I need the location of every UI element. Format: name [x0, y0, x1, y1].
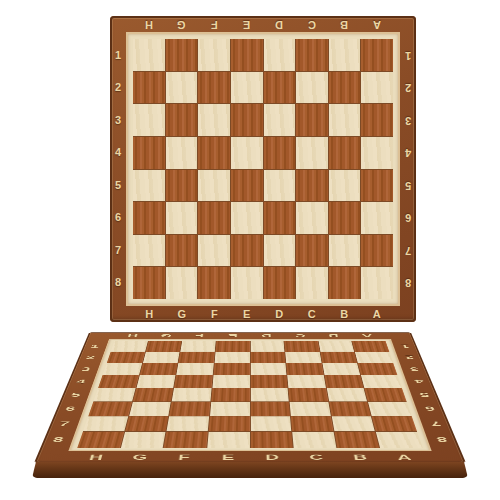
square-h8 [133, 267, 165, 299]
square-h5 [133, 170, 165, 202]
square-d3 [264, 104, 296, 136]
square-g8 [121, 432, 166, 448]
square-e4 [212, 375, 249, 388]
coord-label-2: 2 [405, 82, 411, 93]
coord-label-g: G [160, 333, 172, 337]
square-f4 [174, 375, 212, 388]
square-c8 [292, 432, 336, 448]
coord-label-3: 3 [115, 115, 121, 126]
square-h6 [88, 402, 131, 416]
square-c3 [286, 363, 323, 375]
square-c6 [296, 202, 328, 234]
coord-label-e: E [243, 19, 250, 30]
square-e5 [231, 170, 263, 202]
square-h4 [133, 137, 165, 169]
coord-label-4: 4 [414, 379, 425, 384]
coord-label-d: D [275, 309, 283, 320]
coord-label-b: B [340, 309, 348, 320]
coord-label-6: 6 [115, 212, 121, 223]
coord-label-d: D [275, 19, 283, 30]
square-e3 [213, 363, 249, 375]
coord-label-b: B [328, 333, 339, 337]
square-g5 [166, 170, 198, 202]
coord-label-a: A [373, 19, 381, 30]
coord-label-h: H [88, 453, 104, 461]
square-h5 [93, 388, 135, 401]
square-h3 [103, 363, 142, 375]
square-c8 [296, 267, 328, 299]
square-a2 [361, 72, 393, 104]
coord-label-f: F [211, 19, 218, 30]
coord-label-g: G [177, 19, 186, 30]
square-h2 [133, 72, 165, 104]
coord-label-6: 6 [424, 406, 436, 412]
coord-label-c: C [295, 333, 306, 337]
square-f7 [198, 235, 230, 267]
square-f1 [181, 341, 216, 352]
coord-label-g: G [132, 453, 148, 461]
square-f8 [164, 432, 208, 448]
coord-label-5: 5 [70, 392, 81, 398]
coord-label-g: G [177, 309, 186, 320]
coord-label-5: 5 [418, 392, 429, 398]
square-h4 [98, 375, 139, 388]
square-c2 [285, 352, 321, 363]
chessboard-perspective-surface: HGFEDCBA HGFEDCBA 12345678 12345678 [34, 332, 466, 463]
square-d1 [250, 341, 284, 352]
square-a1 [361, 39, 393, 71]
square-b4 [329, 137, 361, 169]
coord-label-b: B [352, 453, 367, 461]
square-d3 [250, 363, 286, 375]
chessboard-top-view: HGFEDCBA HGFEDCBA 12345678 12345678 [110, 16, 416, 322]
coord-label-6: 6 [405, 212, 411, 223]
coord-label-1: 1 [405, 50, 411, 61]
coord-label-f: F [211, 309, 218, 320]
square-c4 [287, 375, 325, 388]
square-h1 [133, 39, 165, 71]
square-h1 [111, 341, 148, 352]
square-b1 [318, 341, 354, 352]
square-b6 [329, 402, 371, 416]
square-h6 [133, 202, 165, 234]
coord-label-e: E [228, 333, 238, 337]
square-e7 [231, 235, 263, 267]
square-a6 [361, 202, 393, 234]
coord-label-f: F [195, 333, 204, 337]
square-d7 [250, 416, 291, 431]
square-g1 [146, 341, 182, 352]
square-d8 [250, 432, 292, 448]
square-d5 [250, 388, 288, 401]
square-b6 [329, 202, 361, 234]
coord-label-3: 3 [80, 367, 91, 372]
square-f2 [179, 352, 215, 363]
square-b8 [334, 432, 379, 448]
coord-label-6: 6 [64, 406, 76, 412]
square-c6 [290, 402, 331, 416]
square-a6 [368, 402, 411, 416]
file-labels-far: HGFEDCBA [115, 332, 385, 339]
square-e6 [231, 202, 263, 234]
square-d2 [250, 352, 285, 363]
coord-label-4: 4 [115, 147, 121, 158]
file-labels-near: HGFEDCBA [72, 451, 428, 463]
coord-label-1: 1 [115, 50, 121, 61]
square-e2 [214, 352, 249, 363]
square-a4 [361, 137, 393, 169]
square-c5 [296, 170, 328, 202]
square-a2 [355, 352, 393, 363]
coord-label-f: F [178, 453, 190, 461]
chessboard-perspective-view: HGFEDCBA HGFEDCBA 12345678 12345678 [34, 332, 466, 478]
square-b7 [332, 416, 376, 431]
coord-label-c: C [308, 19, 316, 30]
square-c7 [291, 416, 333, 431]
square-e6 [210, 402, 250, 416]
square-g5 [133, 388, 174, 401]
square-b2 [329, 72, 361, 104]
coord-label-1: 1 [90, 344, 100, 349]
square-f3 [198, 104, 230, 136]
square-c5 [289, 388, 329, 401]
square-f3 [176, 363, 213, 375]
square-h8 [77, 432, 124, 448]
square-e1 [215, 341, 249, 352]
square-e4 [231, 137, 263, 169]
square-f1 [198, 39, 230, 71]
square-g3 [140, 363, 178, 375]
square-e2 [231, 72, 263, 104]
coord-label-3: 3 [409, 367, 420, 372]
square-g2 [166, 72, 198, 104]
square-e8 [207, 432, 249, 448]
square-d1 [264, 39, 296, 71]
square-a1 [352, 341, 389, 352]
board-grid [77, 341, 423, 448]
square-e7 [209, 416, 250, 431]
square-d8 [264, 267, 296, 299]
playing-field [126, 32, 400, 306]
square-b2 [320, 352, 357, 363]
square-g8 [166, 267, 198, 299]
coord-label-2: 2 [404, 355, 414, 360]
square-g1 [166, 39, 198, 71]
square-c7 [296, 235, 328, 267]
square-g2 [143, 352, 180, 363]
coord-label-1: 1 [400, 344, 410, 349]
coord-label-5: 5 [405, 180, 411, 191]
coord-label-8: 8 [115, 277, 121, 288]
playing-field [68, 339, 431, 451]
coord-label-d: D [265, 453, 279, 461]
square-d6 [264, 202, 296, 234]
coord-label-b: B [340, 19, 348, 30]
square-c1 [284, 341, 319, 352]
coord-label-7: 7 [429, 420, 441, 427]
board-front-edge [32, 462, 468, 478]
square-c3 [296, 104, 328, 136]
square-d2 [264, 72, 296, 104]
square-h3 [133, 104, 165, 136]
coord-label-7: 7 [115, 245, 121, 256]
square-b7 [329, 235, 361, 267]
square-a5 [361, 170, 393, 202]
square-c1 [296, 39, 328, 71]
square-c2 [296, 72, 328, 104]
coord-label-e: E [243, 309, 250, 320]
coord-label-c: C [308, 309, 316, 320]
coord-label-c: C [309, 453, 324, 461]
square-e5 [211, 388, 249, 401]
square-f8 [198, 267, 230, 299]
square-f4 [198, 137, 230, 169]
square-b5 [327, 388, 368, 401]
coord-label-2: 2 [85, 355, 95, 360]
coord-label-8: 8 [405, 277, 411, 288]
coord-label-7: 7 [58, 420, 70, 427]
square-d4 [250, 375, 287, 388]
square-g7 [125, 416, 169, 431]
square-a4 [361, 375, 402, 388]
square-g3 [166, 104, 198, 136]
square-a3 [361, 104, 393, 136]
square-f6 [198, 202, 230, 234]
square-b8 [329, 267, 361, 299]
square-f5 [198, 170, 230, 202]
coord-label-4: 4 [75, 379, 86, 384]
coord-label-h: H [145, 19, 153, 30]
coord-label-a: A [396, 453, 412, 461]
coord-label-h: H [127, 333, 139, 337]
coord-label-5: 5 [115, 180, 121, 191]
coord-label-7: 7 [405, 245, 411, 256]
coord-label-h: H [145, 309, 153, 320]
coord-label-a: A [361, 333, 373, 337]
square-b1 [329, 39, 361, 71]
square-a3 [358, 363, 397, 375]
coord-label-8: 8 [435, 436, 448, 443]
square-h7 [83, 416, 128, 431]
coord-label-8: 8 [52, 436, 65, 443]
square-g4 [166, 137, 198, 169]
square-e1 [231, 39, 263, 71]
square-f5 [172, 388, 212, 401]
square-d5 [264, 170, 296, 202]
square-f2 [198, 72, 230, 104]
coord-label-d: D [261, 333, 272, 337]
square-b4 [324, 375, 363, 388]
square-a7 [372, 416, 417, 431]
square-e3 [231, 104, 263, 136]
square-g6 [129, 402, 171, 416]
coord-label-e: E [222, 453, 235, 461]
square-e8 [231, 267, 263, 299]
square-h2 [107, 352, 145, 363]
square-f6 [169, 402, 210, 416]
square-a8 [361, 267, 393, 299]
square-d4 [264, 137, 296, 169]
file-labels-near: HGFEDCBA [133, 306, 393, 322]
coord-label-2: 2 [115, 82, 121, 93]
coord-label-3: 3 [405, 115, 411, 126]
square-a8 [376, 432, 423, 448]
square-b5 [329, 170, 361, 202]
square-a5 [365, 388, 407, 401]
square-c4 [296, 137, 328, 169]
rank-labels-right: 12345678 [400, 39, 416, 299]
square-g4 [136, 375, 175, 388]
product-photo-canvas: HGFEDCBA HGFEDCBA 12345678 12345678 HGFE… [0, 0, 500, 500]
square-a7 [361, 235, 393, 267]
square-b3 [322, 363, 360, 375]
square-d7 [264, 235, 296, 267]
square-g7 [166, 235, 198, 267]
square-d6 [250, 402, 290, 416]
file-labels-far: HGFEDCBA [133, 16, 393, 32]
board-grid [133, 39, 393, 299]
square-h7 [133, 235, 165, 267]
square-g6 [166, 202, 198, 234]
rank-labels-left: 12345678 [110, 39, 126, 299]
square-f7 [167, 416, 209, 431]
coord-label-4: 4 [405, 147, 411, 158]
coord-label-a: A [373, 309, 381, 320]
square-b3 [329, 104, 361, 136]
